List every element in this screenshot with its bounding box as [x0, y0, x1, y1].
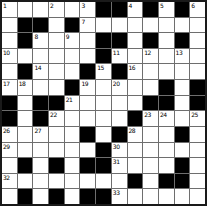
black-cell: [96, 2, 111, 17]
black-cell: [190, 80, 205, 95]
white-cell[interactable]: 14: [33, 64, 48, 79]
white-cell[interactable]: [96, 18, 111, 33]
clue-number: 7: [81, 18, 84, 25]
clue-number: 23: [144, 111, 151, 118]
black-cell: [96, 33, 111, 48]
black-cell: [128, 174, 143, 189]
white-cell[interactable]: 21: [65, 96, 80, 111]
white-cell[interactable]: [190, 18, 205, 33]
clue-number: 1: [3, 2, 6, 9]
black-cell: [159, 80, 174, 95]
white-cell[interactable]: [33, 2, 48, 17]
white-cell[interactable]: [18, 2, 33, 17]
clue-number: 30: [113, 143, 120, 150]
white-cell[interactable]: [33, 49, 48, 64]
clue-number: 2: [50, 2, 53, 9]
white-cell[interactable]: [128, 49, 143, 64]
white-cell[interactable]: 7: [80, 18, 95, 33]
black-cell: [33, 96, 48, 111]
white-cell[interactable]: [49, 18, 64, 33]
white-cell[interactable]: [143, 64, 158, 79]
black-cell: [159, 174, 174, 189]
white-cell[interactable]: [96, 127, 111, 142]
white-cell[interactable]: [175, 96, 190, 111]
white-cell[interactable]: [159, 49, 174, 64]
black-cell: [175, 127, 190, 142]
white-cell[interactable]: [49, 127, 64, 142]
black-cell: [18, 158, 33, 173]
clue-number: 12: [144, 49, 151, 56]
white-cell[interactable]: [2, 189, 17, 204]
white-cell[interactable]: 15: [96, 64, 111, 79]
clue-number: 3: [81, 2, 84, 9]
white-cell[interactable]: [159, 158, 174, 173]
white-cell[interactable]: [18, 49, 33, 64]
white-cell[interactable]: [18, 127, 33, 142]
white-cell[interactable]: [143, 143, 158, 158]
white-cell[interactable]: 11: [112, 49, 127, 64]
white-cell[interactable]: [128, 96, 143, 111]
clue-number: 24: [160, 111, 167, 118]
clue-number: 22: [50, 111, 57, 118]
white-cell[interactable]: [128, 189, 143, 204]
clue-number: 16: [129, 64, 136, 71]
white-cell[interactable]: [2, 64, 17, 79]
white-cell[interactable]: 26: [2, 127, 17, 142]
white-cell[interactable]: [80, 96, 95, 111]
white-cell[interactable]: [2, 33, 17, 48]
white-cell[interactable]: [49, 64, 64, 79]
black-cell: [175, 2, 190, 17]
black-cell: [65, 80, 80, 95]
black-cell: [112, 2, 127, 17]
clue-number: 21: [66, 96, 73, 103]
clue-number: 18: [19, 80, 26, 87]
white-cell[interactable]: [65, 2, 80, 17]
white-cell[interactable]: [175, 80, 190, 95]
clue-number: 27: [34, 127, 41, 134]
white-cell[interactable]: [33, 80, 48, 95]
white-cell[interactable]: [80, 174, 95, 189]
clue-number: 14: [34, 64, 41, 71]
white-cell[interactable]: [190, 49, 205, 64]
white-cell[interactable]: 19: [80, 80, 95, 95]
white-cell[interactable]: [159, 143, 174, 158]
white-cell[interactable]: [159, 64, 174, 79]
black-cell: [18, 18, 33, 33]
black-cell: [112, 64, 127, 79]
white-cell[interactable]: 4: [128, 2, 143, 17]
clue-number: 11: [113, 49, 120, 56]
white-cell[interactable]: [49, 174, 64, 189]
white-cell[interactable]: 12: [143, 49, 158, 64]
white-cell[interactable]: [128, 158, 143, 173]
white-cell[interactable]: [33, 189, 48, 204]
black-cell: [2, 111, 17, 126]
white-cell[interactable]: [190, 158, 205, 173]
white-cell[interactable]: [159, 33, 174, 48]
white-cell[interactable]: [143, 189, 158, 204]
crossword-grid: 1234567891011121314151617181920212223242…: [0, 0, 207, 206]
clue-number: 32: [3, 174, 10, 181]
white-cell[interactable]: [128, 80, 143, 95]
white-cell[interactable]: [112, 174, 127, 189]
clue-number: 13: [176, 49, 183, 56]
white-cell[interactable]: 17: [2, 80, 17, 95]
clue-number: 25: [191, 111, 198, 118]
white-cell[interactable]: [18, 96, 33, 111]
white-cell[interactable]: [2, 158, 17, 173]
clue-number: 19: [81, 80, 88, 87]
black-cell: [65, 18, 80, 33]
black-cell: [175, 158, 190, 173]
white-cell[interactable]: 33: [112, 189, 127, 204]
white-cell[interactable]: 24: [159, 111, 174, 126]
white-cell[interactable]: [175, 143, 190, 158]
white-cell[interactable]: 28: [128, 127, 143, 142]
black-cell: [33, 18, 48, 33]
white-cell[interactable]: 31: [112, 158, 127, 173]
white-cell[interactable]: 1: [2, 2, 17, 17]
white-cell[interactable]: [18, 143, 33, 158]
black-cell: [49, 189, 64, 204]
crossword-board: 1234567891011121314151617181920212223242…: [0, 0, 207, 206]
clue-number: 4: [129, 2, 132, 9]
white-cell[interactable]: [49, 80, 64, 95]
white-cell[interactable]: [190, 174, 205, 189]
black-cell: [2, 96, 17, 111]
white-cell[interactable]: [80, 143, 95, 158]
white-cell[interactable]: [175, 189, 190, 204]
white-cell[interactable]: [49, 33, 64, 48]
black-cell: [112, 33, 127, 48]
clue-number: 33: [113, 189, 120, 196]
white-cell[interactable]: [33, 143, 48, 158]
white-cell[interactable]: 3: [80, 2, 95, 17]
clue-number: 6: [191, 2, 194, 9]
white-cell[interactable]: [65, 64, 80, 79]
white-cell[interactable]: [65, 49, 80, 64]
white-cell[interactable]: [190, 189, 205, 204]
white-cell[interactable]: [65, 174, 80, 189]
white-cell[interactable]: [96, 111, 111, 126]
black-cell: [112, 127, 127, 142]
clue-number: 26: [3, 127, 10, 134]
white-cell[interactable]: 22: [49, 111, 64, 126]
black-cell: [80, 158, 95, 173]
black-cell: [143, 96, 158, 111]
white-cell[interactable]: [49, 143, 64, 158]
white-cell[interactable]: [112, 18, 127, 33]
white-cell[interactable]: 27: [33, 127, 48, 142]
black-cell: [143, 33, 158, 48]
black-cell: [96, 189, 111, 204]
white-cell[interactable]: [96, 174, 111, 189]
white-cell[interactable]: [65, 111, 80, 126]
white-cell[interactable]: 23: [143, 111, 158, 126]
white-cell[interactable]: [112, 96, 127, 111]
white-cell[interactable]: 5: [159, 2, 174, 17]
white-cell[interactable]: [128, 18, 143, 33]
white-cell[interactable]: 9: [65, 33, 80, 48]
white-cell[interactable]: [112, 111, 127, 126]
white-cell[interactable]: [175, 111, 190, 126]
white-cell[interactable]: [65, 143, 80, 158]
clue-number: 15: [97, 64, 104, 71]
white-cell[interactable]: 2: [49, 2, 64, 17]
white-cell[interactable]: [49, 49, 64, 64]
white-cell[interactable]: [190, 127, 205, 142]
white-cell[interactable]: 32: [2, 174, 17, 189]
black-cell: [49, 96, 64, 111]
clue-number: 9: [66, 33, 69, 40]
white-cell[interactable]: [96, 80, 111, 95]
white-cell[interactable]: [159, 18, 174, 33]
white-cell[interactable]: 30: [112, 143, 127, 158]
white-cell[interactable]: [143, 80, 158, 95]
clue-number: 17: [3, 80, 10, 87]
clue-number: 10: [3, 49, 10, 56]
white-cell[interactable]: [143, 18, 158, 33]
white-cell[interactable]: [18, 174, 33, 189]
white-cell[interactable]: [159, 189, 174, 204]
white-cell[interactable]: 20: [112, 80, 127, 95]
black-cell: [159, 96, 174, 111]
white-cell[interactable]: 10: [2, 49, 17, 64]
white-cell[interactable]: [190, 143, 205, 158]
black-cell: [18, 33, 33, 48]
white-cell[interactable]: [175, 64, 190, 79]
black-cell: [49, 158, 64, 173]
white-cell[interactable]: 29: [2, 143, 17, 158]
white-cell[interactable]: [80, 111, 95, 126]
white-cell[interactable]: [190, 33, 205, 48]
black-cell: [190, 96, 205, 111]
white-cell[interactable]: [143, 158, 158, 173]
white-cell[interactable]: [143, 127, 158, 142]
black-cell: [80, 127, 95, 142]
white-cell[interactable]: [190, 64, 205, 79]
white-cell[interactable]: [175, 18, 190, 33]
black-cell: [33, 111, 48, 126]
clue-number: 8: [34, 33, 37, 40]
white-cell[interactable]: [18, 111, 33, 126]
black-cell: [96, 158, 111, 173]
white-cell[interactable]: [128, 33, 143, 48]
black-cell: [143, 2, 158, 17]
clue-number: 31: [113, 158, 120, 165]
black-cell: [80, 189, 95, 204]
white-cell[interactable]: [96, 96, 111, 111]
white-cell[interactable]: [33, 158, 48, 173]
white-cell[interactable]: [143, 174, 158, 189]
black-cell: [175, 33, 190, 48]
black-cell: [18, 64, 33, 79]
white-cell[interactable]: [80, 49, 95, 64]
black-cell: [175, 174, 190, 189]
white-cell[interactable]: [65, 158, 80, 173]
black-cell: [18, 189, 33, 204]
white-cell[interactable]: [159, 127, 174, 142]
clue-number: 5: [160, 2, 163, 9]
clue-number: 20: [113, 80, 120, 87]
white-cell[interactable]: 25: [190, 111, 205, 126]
white-cell[interactable]: 8: [33, 33, 48, 48]
white-cell[interactable]: 6: [190, 2, 205, 17]
white-cell[interactable]: [128, 143, 143, 158]
white-cell[interactable]: 16: [128, 64, 143, 79]
clue-number: 28: [129, 127, 136, 134]
white-cell[interactable]: [65, 189, 80, 204]
black-cell: [96, 143, 111, 158]
white-cell[interactable]: [2, 18, 17, 33]
clue-number: 29: [3, 143, 10, 150]
white-cell[interactable]: [80, 33, 95, 48]
black-cell: [80, 64, 95, 79]
white-cell[interactable]: [33, 174, 48, 189]
white-cell[interactable]: 18: [18, 80, 33, 95]
white-cell[interactable]: [65, 127, 80, 142]
black-cell: [128, 111, 143, 126]
white-cell[interactable]: 13: [175, 49, 190, 64]
black-cell: [96, 49, 111, 64]
